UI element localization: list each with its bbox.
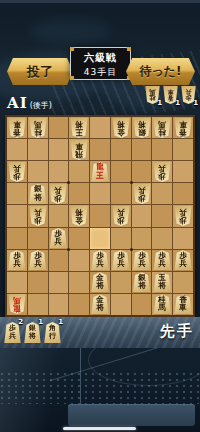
- shogi-app-screen: 投了 六級戦 43手目 待った! AI(後手) 桂馬1香車1歩兵1 香車桂馬王将…: [0, 0, 200, 432]
- match-status-badge: 六級戦 43手目: [70, 47, 131, 80]
- shogi-piece-gote[interactable]: 金将: [70, 206, 88, 226]
- board-cell-7-7[interactable]: [49, 250, 69, 271]
- board-cell-4-6[interactable]: [111, 228, 131, 249]
- board-cell-3-5[interactable]: [132, 205, 152, 226]
- shogi-piece-sente[interactable]: 歩兵: [153, 250, 171, 270]
- shogi-piece-sente[interactable]: 桂馬: [153, 294, 171, 314]
- board-cell-2-4[interactable]: [152, 183, 172, 204]
- board-cell-4-2[interactable]: [111, 139, 131, 160]
- shogi-piece-sente[interactable]: 玉将: [153, 272, 171, 292]
- board-cell-3-8[interactable]: 銀将: [132, 272, 152, 293]
- shogi-piece-gote[interactable]: 桂馬: [153, 118, 171, 138]
- board-cell-9-4[interactable]: [7, 183, 27, 204]
- board-cell-6-3[interactable]: [69, 161, 89, 182]
- home-indicator[interactable]: [63, 427, 136, 430]
- board-cell-6-7[interactable]: [69, 250, 89, 271]
- shogi-piece-gote[interactable]: 歩兵: [133, 184, 151, 204]
- shogi-piece-gote[interactable]: 歩兵: [153, 162, 171, 182]
- board-cell-2-5[interactable]: [152, 205, 172, 226]
- board-cell-1-7[interactable]: 歩兵: [173, 250, 193, 271]
- shogi-piece-sente[interactable]: 銀将: [29, 184, 47, 204]
- board-cell-2-3[interactable]: 歩兵: [152, 161, 172, 182]
- captured-piece-count: 1: [58, 318, 63, 326]
- board-cell-4-3[interactable]: [111, 161, 131, 182]
- board-cell-9-9[interactable]: 龍馬: [7, 294, 27, 315]
- captured-piece-count: 1: [38, 318, 43, 326]
- move-counter: 43手目: [71, 66, 130, 79]
- board-cell-8-6[interactable]: [28, 228, 48, 249]
- board-cell-8-4[interactable]: 銀将: [28, 183, 48, 204]
- star-point: [130, 181, 133, 184]
- board-cell-2-1[interactable]: 桂馬: [152, 117, 172, 138]
- opponent-name: AI: [7, 94, 28, 112]
- board-cell-5-8[interactable]: 金将: [90, 272, 110, 293]
- shogi-piece-sente[interactable]: 歩兵: [174, 250, 192, 270]
- shogi-piece-sente[interactable]: 歩兵: [91, 250, 109, 270]
- bottom-background-art: [0, 348, 200, 432]
- board-cell-8-2[interactable]: [28, 139, 48, 160]
- board-cell-4-8[interactable]: [111, 272, 131, 293]
- board-cell-2-6[interactable]: [152, 228, 172, 249]
- board-cell-5-2[interactable]: [90, 139, 110, 160]
- shogi-piece-gote[interactable]: 歩兵: [29, 206, 47, 226]
- shogi-piece-sente[interactable]: 歩兵: [133, 250, 151, 270]
- board-cell-7-1[interactable]: [49, 117, 69, 138]
- opponent-side: (後手): [30, 101, 52, 110]
- player-side-label: 先手: [160, 322, 194, 341]
- captured-piece-count: 1: [157, 99, 162, 107]
- board-cell-1-1[interactable]: 香車: [173, 117, 193, 138]
- shogi-piece-gote[interactable]: 王将: [70, 118, 88, 138]
- shogi-piece-sente[interactable]: 歩兵: [49, 228, 67, 248]
- shogi-piece-sente[interactable]: 香車: [174, 294, 192, 314]
- captured-piece-count: 1: [193, 99, 198, 107]
- board-cell-7-3[interactable]: [49, 161, 69, 182]
- board-cell-2-9[interactable]: 桂馬: [152, 294, 172, 315]
- shogi-board: 香車桂馬王将金将銀将桂馬香車飛車歩兵龍王歩兵銀将歩兵歩兵歩兵金将歩兵歩兵歩兵歩兵…: [5, 115, 195, 317]
- board-cell-3-6[interactable]: [132, 228, 152, 249]
- captured-piece-tile[interactable]: 歩兵2: [4, 322, 21, 343]
- shogi-piece-sente[interactable]: 歩兵: [29, 250, 47, 270]
- captured-piece-count: 1: [175, 99, 180, 107]
- board-cell-1-2[interactable]: [173, 139, 193, 160]
- board-cell-1-5[interactable]: 歩兵: [173, 205, 193, 226]
- badge-corner: [70, 76, 74, 80]
- board-cell-6-4[interactable]: [69, 183, 89, 204]
- board-cell-6-2[interactable]: 飛車: [69, 139, 89, 160]
- board-cell-5-6[interactable]: [90, 228, 110, 249]
- board-cell-1-8[interactable]: [173, 272, 193, 293]
- board-cell-4-1[interactable]: 金将: [111, 117, 131, 138]
- shogi-piece-sente[interactable]: 金将: [91, 272, 109, 292]
- board-cell-6-9[interactable]: [69, 294, 89, 315]
- board-cell-6-8[interactable]: [69, 272, 89, 293]
- board-cell-4-9[interactable]: [111, 294, 131, 315]
- board-cell-9-1[interactable]: 香車: [7, 117, 27, 138]
- board-cell-9-5[interactable]: [7, 205, 27, 226]
- board-cell-6-1[interactable]: 王将: [69, 117, 89, 138]
- board-cell-3-7[interactable]: 歩兵: [132, 250, 152, 271]
- captured-piece-count: 2: [18, 318, 23, 326]
- shogi-piece-sente[interactable]: 歩兵: [112, 250, 130, 270]
- shogi-piece-gote[interactable]: 香車: [174, 118, 192, 138]
- star-point: [130, 248, 133, 251]
- board-cell-3-1[interactable]: 銀将: [132, 117, 152, 138]
- board-cell-4-7[interactable]: 歩兵: [111, 250, 131, 271]
- board-cell-3-2[interactable]: [132, 139, 152, 160]
- board-cell-9-2[interactable]: [7, 139, 27, 160]
- board-cell-2-8[interactable]: 玉将: [152, 272, 172, 293]
- board-cell-3-9[interactable]: [132, 294, 152, 315]
- badge-corner: [70, 47, 74, 51]
- shogi-piece-sente[interactable]: 龍王: [91, 162, 109, 182]
- board-cell-5-4[interactable]: [90, 183, 110, 204]
- board-cell-5-3[interactable]: 龍王: [90, 161, 110, 182]
- board-cell-6-6[interactable]: [69, 228, 89, 249]
- resign-button[interactable]: 投了: [7, 58, 73, 85]
- board-cell-7-8[interactable]: [49, 272, 69, 293]
- captured-piece-tile[interactable]: 香車1: [163, 86, 178, 104]
- star-point: [67, 248, 70, 251]
- board-cell-8-9[interactable]: [28, 294, 48, 315]
- shogi-piece-gote[interactable]: 歩兵: [8, 162, 26, 182]
- dot-matrix-decoration: [0, 372, 200, 404]
- sente-captured-tray: 歩兵2銀将1角行1: [4, 322, 61, 343]
- board-cell-8-3[interactable]: [28, 161, 48, 182]
- captured-piece-tile[interactable]: 角行1: [44, 322, 61, 343]
- board-cell-7-5[interactable]: [49, 205, 69, 226]
- board-cell-8-8[interactable]: [28, 272, 48, 293]
- star-point: [67, 181, 70, 184]
- board-cell-5-1[interactable]: [90, 117, 110, 138]
- board-cell-1-3[interactable]: [173, 161, 193, 182]
- board-cell-4-5[interactable]: 歩兵: [111, 205, 131, 226]
- board-cell-2-2[interactable]: [152, 139, 172, 160]
- board-cell-7-2[interactable]: [49, 139, 69, 160]
- shogi-piece-sente[interactable]: 銀将: [133, 272, 151, 292]
- board-cell-2-7[interactable]: 歩兵: [152, 250, 172, 271]
- captured-piece-tile[interactable]: 銀将1: [24, 322, 41, 343]
- bottom-panel: [68, 404, 195, 426]
- board-cell-1-4[interactable]: [173, 183, 193, 204]
- board-cell-9-6[interactable]: [7, 228, 27, 249]
- shogi-piece-gote[interactable]: 飛車: [70, 140, 88, 160]
- board-cell-5-9[interactable]: 金将: [90, 294, 110, 315]
- shogi-piece-gote[interactable]: 歩兵: [112, 206, 130, 226]
- takeback-button[interactable]: 待った!: [126, 58, 195, 85]
- badge-corner: [127, 47, 131, 51]
- board-cell-7-9[interactable]: [49, 294, 69, 315]
- board-cell-3-4[interactable]: 歩兵: [132, 183, 152, 204]
- board-cell-1-6[interactable]: [173, 228, 193, 249]
- board-cell-5-7[interactable]: 歩兵: [90, 250, 110, 271]
- worldmap-decoration: [30, 18, 110, 44]
- shogi-piece-gote[interactable]: 歩兵: [174, 206, 192, 226]
- shogi-piece-gote[interactable]: 香車: [8, 118, 26, 138]
- board-cell-7-4[interactable]: 歩兵: [49, 183, 69, 204]
- captured-piece-tile[interactable]: 桂馬1: [145, 86, 160, 104]
- captured-piece-tile[interactable]: 歩兵1: [181, 86, 196, 104]
- shogi-piece-sente[interactable]: 歩兵: [8, 250, 26, 270]
- shogi-piece-sente[interactable]: 金将: [91, 294, 109, 314]
- board-cell-6-5[interactable]: 金将: [69, 205, 89, 226]
- match-name: 六級戦: [71, 51, 130, 65]
- board-cell-9-7[interactable]: 歩兵: [7, 250, 27, 271]
- board-cell-8-1[interactable]: 桂馬: [28, 117, 48, 138]
- board-cell-1-9[interactable]: 香車: [173, 294, 193, 315]
- board-cell-8-5[interactable]: 歩兵: [28, 205, 48, 226]
- board-cell-9-8[interactable]: [7, 272, 27, 293]
- shogi-piece-gote[interactable]: 桂馬: [29, 118, 47, 138]
- board-cell-8-7[interactable]: 歩兵: [28, 250, 48, 271]
- board-cell-4-4[interactable]: [111, 183, 131, 204]
- board-cell-9-3[interactable]: 歩兵: [7, 161, 27, 182]
- board-cell-5-5[interactable]: [90, 205, 110, 226]
- top-highlight-line: [0, 0, 200, 3]
- board-cell-3-3[interactable]: [132, 161, 152, 182]
- shogi-piece-gote[interactable]: 歩兵: [49, 184, 67, 204]
- gote-captured-tray: 桂馬1香車1歩兵1: [145, 86, 196, 104]
- opponent-label: AI(後手): [7, 93, 52, 112]
- shogi-piece-gote[interactable]: 龍馬: [8, 294, 26, 314]
- board-cell-7-6[interactable]: 歩兵: [49, 228, 69, 249]
- shogi-piece-gote[interactable]: 銀将: [133, 118, 151, 138]
- shogi-piece-gote[interactable]: 金将: [112, 118, 130, 138]
